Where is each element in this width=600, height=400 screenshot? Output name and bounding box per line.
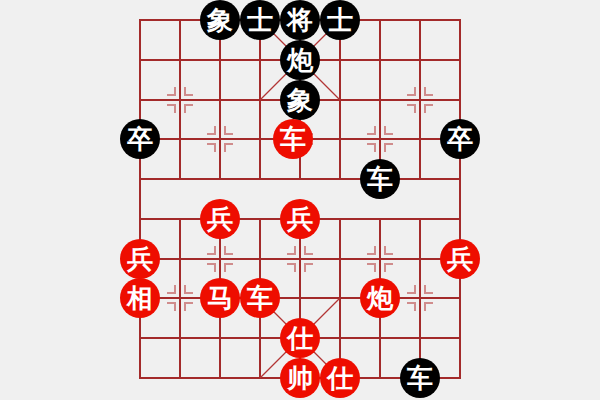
piece-red-advisor[interactable]: 仕	[320, 358, 360, 398]
piece-red-general[interactable]: 帅	[280, 358, 320, 398]
piece-red-soldier[interactable]: 兵	[120, 239, 160, 279]
piece-red-elephant[interactable]: 相	[120, 278, 160, 318]
piece-black-soldier[interactable]: 卒	[120, 119, 160, 159]
piece-red-soldier[interactable]: 兵	[440, 239, 480, 279]
piece-black-elephant[interactable]: 象	[200, 0, 240, 40]
piece-black-advisor[interactable]: 士	[320, 0, 360, 40]
piece-red-soldier[interactable]: 兵	[200, 199, 240, 239]
piece-black-chariot[interactable]: 车	[400, 358, 440, 398]
piece-black-soldier[interactable]: 卒	[440, 119, 480, 159]
piece-black-chariot[interactable]: 车	[360, 159, 400, 199]
piece-red-cannon[interactable]: 炮	[360, 278, 400, 318]
piece-red-advisor[interactable]: 仕	[280, 318, 320, 358]
piece-red-chariot[interactable]: 车	[273, 119, 313, 159]
piece-red-chariot[interactable]: 车	[240, 278, 280, 318]
piece-black-cannon[interactable]: 炮	[280, 40, 320, 80]
piece-black-elephant[interactable]: 象	[280, 80, 320, 120]
piece-black-advisor[interactable]: 士	[240, 0, 280, 40]
xiangqi-board: 象士将士炮象卒卒车车车兵兵兵兵相马车炮仕帅仕	[0, 0, 600, 400]
piece-black-general[interactable]: 将	[280, 0, 320, 40]
piece-red-soldier[interactable]: 兵	[280, 199, 320, 239]
piece-red-horse[interactable]: 马	[200, 278, 240, 318]
